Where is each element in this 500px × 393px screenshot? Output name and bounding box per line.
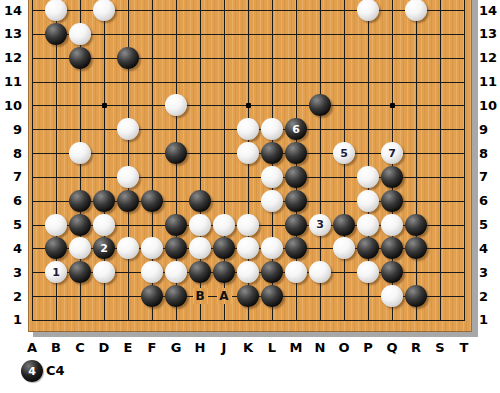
point-F7[interactable] [140, 165, 164, 189]
point-H13[interactable] [188, 22, 212, 46]
point-N9[interactable] [308, 117, 332, 141]
black-stone-F6[interactable] [141, 190, 163, 212]
point-K4[interactable] [236, 237, 260, 261]
point-O7[interactable] [332, 165, 356, 189]
point-N11[interactable] [308, 70, 332, 94]
black-stone-F2[interactable] [141, 285, 163, 307]
point-Q7[interactable] [380, 165, 404, 189]
point-L12[interactable] [260, 46, 284, 70]
point-O11[interactable] [332, 70, 356, 94]
point-Q3[interactable] [380, 260, 404, 284]
point-G3[interactable] [164, 260, 188, 284]
point-D10[interactable] [92, 93, 116, 117]
black-stone-O5[interactable] [333, 214, 355, 236]
point-A8[interactable] [20, 141, 44, 165]
point-Q12[interactable] [380, 46, 404, 70]
point-A14[interactable] [20, 0, 44, 22]
white-stone-F3[interactable] [141, 261, 163, 283]
point-J8[interactable] [212, 141, 236, 165]
point-D5[interactable] [92, 213, 116, 237]
point-T4[interactable] [452, 237, 476, 261]
black-stone-R5[interactable] [405, 214, 427, 236]
point-O4[interactable] [332, 237, 356, 261]
point-E12[interactable] [116, 46, 140, 70]
black-stone-G5[interactable] [165, 214, 187, 236]
point-N3[interactable] [308, 260, 332, 284]
black-stone-G2[interactable] [165, 285, 187, 307]
white-stone-K5[interactable] [237, 214, 259, 236]
point-A5[interactable] [20, 213, 44, 237]
point-H2[interactable]: B [188, 284, 212, 308]
point-J4[interactable] [212, 237, 236, 261]
white-stone-P7[interactable] [357, 166, 379, 188]
point-S11[interactable] [428, 70, 452, 94]
point-E10[interactable] [116, 93, 140, 117]
point-N1[interactable] [308, 308, 332, 332]
point-D13[interactable] [92, 22, 116, 46]
white-stone-K3[interactable] [237, 261, 259, 283]
point-N10[interactable] [308, 93, 332, 117]
point-C13[interactable] [68, 22, 92, 46]
point-G14[interactable] [164, 0, 188, 22]
point-B4[interactable] [44, 237, 68, 261]
point-F5[interactable] [140, 213, 164, 237]
point-H6[interactable] [188, 189, 212, 213]
point-B11[interactable] [44, 70, 68, 94]
point-E2[interactable] [116, 284, 140, 308]
point-F14[interactable] [140, 0, 164, 22]
white-stone-P3[interactable] [357, 261, 379, 283]
point-M11[interactable] [284, 70, 308, 94]
point-A3[interactable] [20, 260, 44, 284]
point-B6[interactable] [44, 189, 68, 213]
point-F4[interactable] [140, 237, 164, 261]
point-G2[interactable] [164, 284, 188, 308]
point-C11[interactable] [68, 70, 92, 94]
point-A12[interactable] [20, 46, 44, 70]
point-E5[interactable] [116, 213, 140, 237]
point-E13[interactable] [116, 22, 140, 46]
point-C5[interactable] [68, 213, 92, 237]
white-stone-E9[interactable] [117, 118, 139, 140]
point-L13[interactable] [260, 22, 284, 46]
point-O14[interactable] [332, 0, 356, 22]
point-K9[interactable] [236, 117, 260, 141]
point-O6[interactable] [332, 189, 356, 213]
point-E1[interactable] [116, 308, 140, 332]
point-M7[interactable] [284, 165, 308, 189]
point-J13[interactable] [212, 22, 236, 46]
point-T3[interactable] [452, 260, 476, 284]
point-K11[interactable] [236, 70, 260, 94]
point-N5[interactable]: 3 [308, 213, 332, 237]
point-S1[interactable] [428, 308, 452, 332]
point-D14[interactable] [92, 0, 116, 22]
point-J1[interactable] [212, 308, 236, 332]
point-K10[interactable] [236, 93, 260, 117]
point-A4[interactable] [20, 237, 44, 261]
point-P7[interactable] [356, 165, 380, 189]
black-stone-H6[interactable] [189, 190, 211, 212]
point-N8[interactable] [308, 141, 332, 165]
point-F2[interactable] [140, 284, 164, 308]
point-F9[interactable] [140, 117, 164, 141]
point-F6[interactable] [140, 189, 164, 213]
white-stone-B3[interactable]: 1 [45, 261, 67, 283]
point-S14[interactable] [428, 0, 452, 22]
point-R2[interactable] [404, 284, 428, 308]
point-Q6[interactable] [380, 189, 404, 213]
point-B14[interactable] [44, 0, 68, 22]
point-C12[interactable] [68, 46, 92, 70]
black-stone-M5[interactable] [285, 214, 307, 236]
point-D9[interactable] [92, 117, 116, 141]
point-T5[interactable] [452, 213, 476, 237]
black-stone-M6[interactable] [285, 190, 307, 212]
point-C14[interactable] [68, 0, 92, 22]
point-R7[interactable] [404, 165, 428, 189]
white-stone-D14[interactable] [93, 0, 115, 21]
point-H4[interactable] [188, 237, 212, 261]
white-stone-N3[interactable] [309, 261, 331, 283]
point-C3[interactable] [68, 260, 92, 284]
point-N7[interactable] [308, 165, 332, 189]
white-stone-N5[interactable]: 3 [309, 214, 331, 236]
black-stone-L2[interactable] [261, 285, 283, 307]
white-stone-J5[interactable] [213, 214, 235, 236]
black-stone-D6[interactable] [93, 190, 115, 212]
point-J14[interactable] [212, 0, 236, 22]
point-G9[interactable] [164, 117, 188, 141]
white-stone-L4[interactable] [261, 237, 283, 259]
point-Q8[interactable]: 7 [380, 141, 404, 165]
point-P2[interactable] [356, 284, 380, 308]
point-S6[interactable] [428, 189, 452, 213]
point-E3[interactable] [116, 260, 140, 284]
point-A6[interactable] [20, 189, 44, 213]
point-G8[interactable] [164, 141, 188, 165]
white-stone-B14[interactable] [45, 0, 67, 21]
white-stone-E4[interactable] [117, 237, 139, 259]
white-stone-G10[interactable] [165, 94, 187, 116]
point-S9[interactable] [428, 117, 452, 141]
point-E7[interactable] [116, 165, 140, 189]
point-R1[interactable] [404, 308, 428, 332]
point-G11[interactable] [164, 70, 188, 94]
point-C1[interactable] [68, 308, 92, 332]
point-R5[interactable] [404, 213, 428, 237]
point-H11[interactable] [188, 70, 212, 94]
point-D4[interactable]: 2 [92, 237, 116, 261]
point-L10[interactable] [260, 93, 284, 117]
point-L6[interactable] [260, 189, 284, 213]
black-stone-M7[interactable] [285, 166, 307, 188]
point-T1[interactable] [452, 308, 476, 332]
point-L7[interactable] [260, 165, 284, 189]
point-M3[interactable] [284, 260, 308, 284]
point-R10[interactable] [404, 93, 428, 117]
black-stone-Q7[interactable] [381, 166, 403, 188]
point-J10[interactable] [212, 93, 236, 117]
point-O5[interactable] [332, 213, 356, 237]
point-B8[interactable] [44, 141, 68, 165]
point-F8[interactable] [140, 141, 164, 165]
black-stone-D4[interactable]: 2 [93, 237, 115, 259]
point-H1[interactable] [188, 308, 212, 332]
point-S8[interactable] [428, 141, 452, 165]
white-stone-F4[interactable] [141, 237, 163, 259]
black-stone-G4[interactable] [165, 237, 187, 259]
black-stone-Q4[interactable] [381, 237, 403, 259]
white-stone-Q8[interactable]: 7 [381, 142, 403, 164]
black-stone-C12[interactable] [69, 47, 91, 69]
point-M13[interactable] [284, 22, 308, 46]
point-N2[interactable] [308, 284, 332, 308]
black-stone-P4[interactable] [357, 237, 379, 259]
point-O3[interactable] [332, 260, 356, 284]
white-stone-P14[interactable] [357, 0, 379, 21]
point-S10[interactable] [428, 93, 452, 117]
point-E14[interactable] [116, 0, 140, 22]
point-P4[interactable] [356, 237, 380, 261]
point-M5[interactable] [284, 213, 308, 237]
point-B2[interactable] [44, 284, 68, 308]
point-E4[interactable] [116, 237, 140, 261]
point-M12[interactable] [284, 46, 308, 70]
black-stone-J4[interactable] [213, 237, 235, 259]
point-L9[interactable] [260, 117, 284, 141]
point-G4[interactable] [164, 237, 188, 261]
point-M9[interactable]: 6 [284, 117, 308, 141]
white-stone-P5[interactable] [357, 214, 379, 236]
point-T8[interactable] [452, 141, 476, 165]
point-S5[interactable] [428, 213, 452, 237]
black-stone-M4[interactable] [285, 237, 307, 259]
white-stone-D5[interactable] [93, 214, 115, 236]
point-F3[interactable] [140, 260, 164, 284]
white-stone-P6[interactable] [357, 190, 379, 212]
point-M8[interactable] [284, 141, 308, 165]
white-stone-K4[interactable] [237, 237, 259, 259]
point-D6[interactable] [92, 189, 116, 213]
point-B1[interactable] [44, 308, 68, 332]
point-S2[interactable] [428, 284, 452, 308]
point-J11[interactable] [212, 70, 236, 94]
black-stone-B4[interactable] [45, 237, 67, 259]
white-stone-M3[interactable] [285, 261, 307, 283]
point-R12[interactable] [404, 46, 428, 70]
point-D11[interactable] [92, 70, 116, 94]
white-stone-Q2[interactable] [381, 285, 403, 307]
point-L3[interactable] [260, 260, 284, 284]
point-R8[interactable] [404, 141, 428, 165]
black-stone-E12[interactable] [117, 47, 139, 69]
point-B12[interactable] [44, 46, 68, 70]
point-K8[interactable] [236, 141, 260, 165]
point-S13[interactable] [428, 22, 452, 46]
point-L4[interactable] [260, 237, 284, 261]
black-stone-R4[interactable] [405, 237, 427, 259]
point-G5[interactable] [164, 213, 188, 237]
point-Q2[interactable] [380, 284, 404, 308]
black-stone-H3[interactable] [189, 261, 211, 283]
point-F13[interactable] [140, 22, 164, 46]
point-O8[interactable]: 5 [332, 141, 356, 165]
point-T10[interactable] [452, 93, 476, 117]
point-O9[interactable] [332, 117, 356, 141]
point-K7[interactable] [236, 165, 260, 189]
point-N12[interactable] [308, 46, 332, 70]
point-J3[interactable] [212, 260, 236, 284]
point-B3[interactable]: 1 [44, 260, 68, 284]
point-K12[interactable] [236, 46, 260, 70]
point-M2[interactable] [284, 284, 308, 308]
point-P12[interactable] [356, 46, 380, 70]
point-H8[interactable] [188, 141, 212, 165]
point-G10[interactable] [164, 93, 188, 117]
point-E9[interactable] [116, 117, 140, 141]
point-F10[interactable] [140, 93, 164, 117]
point-O10[interactable] [332, 93, 356, 117]
point-J12[interactable] [212, 46, 236, 70]
black-stone-M8[interactable] [285, 142, 307, 164]
point-D1[interactable] [92, 308, 116, 332]
white-stone-O4[interactable] [333, 237, 355, 259]
black-stone-C3[interactable] [69, 261, 91, 283]
point-H12[interactable] [188, 46, 212, 70]
point-B13[interactable] [44, 22, 68, 46]
point-P9[interactable] [356, 117, 380, 141]
white-stone-E7[interactable] [117, 166, 139, 188]
point-N6[interactable] [308, 189, 332, 213]
point-L11[interactable] [260, 70, 284, 94]
white-stone-L7[interactable] [261, 166, 283, 188]
point-A7[interactable] [20, 165, 44, 189]
point-T14[interactable] [452, 0, 476, 22]
point-R13[interactable] [404, 22, 428, 46]
point-K6[interactable] [236, 189, 260, 213]
point-A11[interactable] [20, 70, 44, 94]
point-G1[interactable] [164, 308, 188, 332]
point-L14[interactable] [260, 0, 284, 22]
point-O13[interactable] [332, 22, 356, 46]
point-R14[interactable] [404, 0, 428, 22]
point-M10[interactable] [284, 93, 308, 117]
point-M14[interactable] [284, 0, 308, 22]
point-K13[interactable] [236, 22, 260, 46]
point-P10[interactable] [356, 93, 380, 117]
black-stone-Q3[interactable] [381, 261, 403, 283]
point-H9[interactable] [188, 117, 212, 141]
point-S3[interactable] [428, 260, 452, 284]
point-S12[interactable] [428, 46, 452, 70]
point-Q9[interactable] [380, 117, 404, 141]
point-H10[interactable] [188, 93, 212, 117]
white-stone-K9[interactable] [237, 118, 259, 140]
point-Q1[interactable] [380, 308, 404, 332]
point-H3[interactable] [188, 260, 212, 284]
point-P3[interactable] [356, 260, 380, 284]
black-stone-Q6[interactable] [381, 190, 403, 212]
point-D12[interactable] [92, 46, 116, 70]
white-stone-L9[interactable] [261, 118, 283, 140]
point-K2[interactable] [236, 284, 260, 308]
point-B10[interactable] [44, 93, 68, 117]
point-A10[interactable] [20, 93, 44, 117]
point-Q11[interactable] [380, 70, 404, 94]
point-E6[interactable] [116, 189, 140, 213]
point-A9[interactable] [20, 117, 44, 141]
point-P1[interactable] [356, 308, 380, 332]
point-A1[interactable] [20, 308, 44, 332]
point-C6[interactable] [68, 189, 92, 213]
black-stone-R2[interactable] [405, 285, 427, 307]
point-A13[interactable] [20, 22, 44, 46]
point-B7[interactable] [44, 165, 68, 189]
point-D8[interactable] [92, 141, 116, 165]
point-L8[interactable] [260, 141, 284, 165]
point-K1[interactable] [236, 308, 260, 332]
point-S4[interactable] [428, 237, 452, 261]
white-stone-L6[interactable] [261, 190, 283, 212]
point-F1[interactable] [140, 308, 164, 332]
point-M4[interactable] [284, 237, 308, 261]
white-stone-C8[interactable] [69, 142, 91, 164]
point-C2[interactable] [68, 284, 92, 308]
point-P13[interactable] [356, 22, 380, 46]
point-T13[interactable] [452, 22, 476, 46]
point-O12[interactable] [332, 46, 356, 70]
point-M6[interactable] [284, 189, 308, 213]
white-stone-B5[interactable] [45, 214, 67, 236]
point-T9[interactable] [452, 117, 476, 141]
point-T11[interactable] [452, 70, 476, 94]
point-R3[interactable] [404, 260, 428, 284]
point-N4[interactable] [308, 237, 332, 261]
point-J6[interactable] [212, 189, 236, 213]
point-G13[interactable] [164, 22, 188, 46]
point-T2[interactable] [452, 284, 476, 308]
white-stone-D3[interactable] [93, 261, 115, 283]
white-stone-C13[interactable] [69, 23, 91, 45]
black-stone-E6[interactable] [117, 190, 139, 212]
black-stone-L3[interactable] [261, 261, 283, 283]
white-stone-R14[interactable] [405, 0, 427, 21]
point-Q10[interactable] [380, 93, 404, 117]
point-J2[interactable]: A [212, 284, 236, 308]
point-K3[interactable] [236, 260, 260, 284]
black-stone-M9[interactable]: 6 [285, 118, 307, 140]
white-stone-K8[interactable] [237, 142, 259, 164]
point-P8[interactable] [356, 141, 380, 165]
white-stone-G3[interactable] [165, 261, 187, 283]
white-stone-C4[interactable] [69, 237, 91, 259]
point-M1[interactable] [284, 308, 308, 332]
point-R6[interactable] [404, 189, 428, 213]
point-F12[interactable] [140, 46, 164, 70]
point-P5[interactable] [356, 213, 380, 237]
point-D2[interactable] [92, 284, 116, 308]
point-P6[interactable] [356, 189, 380, 213]
black-stone-K2[interactable] [237, 285, 259, 307]
point-C7[interactable] [68, 165, 92, 189]
point-Q13[interactable] [380, 22, 404, 46]
black-stone-C5[interactable] [69, 214, 91, 236]
point-O1[interactable] [332, 308, 356, 332]
black-stone-J3[interactable] [213, 261, 235, 283]
point-J7[interactable] [212, 165, 236, 189]
point-N14[interactable] [308, 0, 332, 22]
